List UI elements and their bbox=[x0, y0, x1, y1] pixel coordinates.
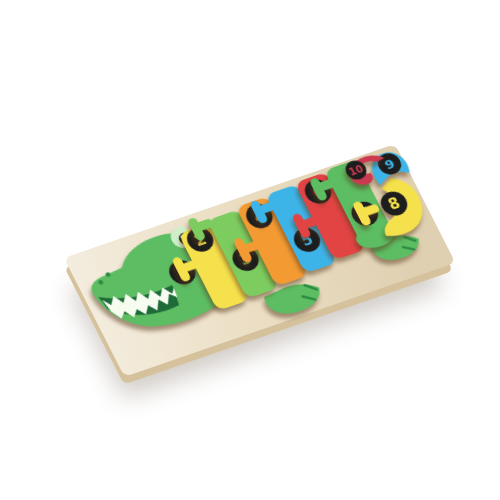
product-photo-scene: 1 2 3 bbox=[0, 0, 500, 500]
crocodile-puzzle: 1 2 3 bbox=[64, 144, 455, 377]
puzzle-board-tray: 1 2 3 bbox=[64, 144, 455, 377]
